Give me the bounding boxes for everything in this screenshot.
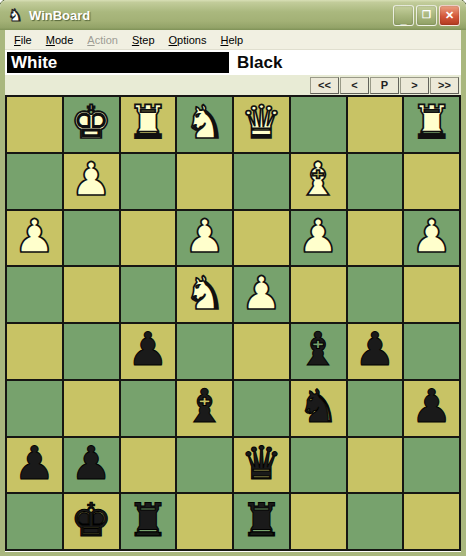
- square-h2[interactable]: [7, 154, 62, 209]
- square-h4[interactable]: [7, 267, 62, 322]
- black-pawn: ♟: [127, 326, 168, 372]
- black-knight: ♞: [298, 383, 339, 429]
- square-b1[interactable]: [348, 97, 403, 152]
- to-end-button[interactable]: >>: [430, 77, 459, 94]
- window-controls: _❐✕: [393, 5, 460, 26]
- square-b3[interactable]: [348, 211, 403, 266]
- player-name-bar: White Black: [5, 50, 461, 75]
- square-f7[interactable]: [121, 438, 176, 493]
- menu-item-step[interactable]: Step: [125, 32, 162, 48]
- white-queen: ♛: [241, 99, 282, 145]
- window-frame: FileModeActionStepOptionsHelp White Blac…: [0, 30, 466, 556]
- white-knight: ♞: [184, 270, 225, 316]
- window-content: FileModeActionStepOptionsHelp White Blac…: [5, 30, 461, 552]
- menu-item-action: Action: [80, 32, 125, 48]
- square-d3[interactable]: [234, 211, 289, 266]
- square-b7[interactable]: [348, 438, 403, 493]
- white-pawn: ♟: [411, 213, 452, 259]
- square-g6[interactable]: [64, 381, 119, 436]
- menu-bar: FileModeActionStepOptionsHelp: [5, 30, 461, 50]
- square-a1[interactable]: ♜: [404, 97, 459, 152]
- nav-button-row: <<<P>>>: [5, 75, 461, 95]
- square-e3[interactable]: ♟: [177, 211, 232, 266]
- white-pawn: ♟: [241, 270, 282, 316]
- square-f5[interactable]: ♟: [121, 324, 176, 379]
- square-b5[interactable]: ♟: [348, 324, 403, 379]
- black-pawn: ♟: [411, 383, 452, 429]
- square-h8[interactable]: [7, 494, 62, 549]
- black-pawn: ♟: [354, 326, 395, 372]
- white-king: ♚: [71, 99, 112, 145]
- square-c6[interactable]: ♞: [291, 381, 346, 436]
- black-player-label: Black: [237, 53, 282, 73]
- square-h7[interactable]: ♟: [7, 438, 62, 493]
- menu-item-options[interactable]: Options: [162, 32, 214, 48]
- square-f3[interactable]: [121, 211, 176, 266]
- square-a5[interactable]: [404, 324, 459, 379]
- black-bishop: ♝: [298, 326, 339, 372]
- pause-button[interactable]: P: [370, 77, 399, 94]
- white-rook: ♜: [411, 99, 452, 145]
- square-c5[interactable]: ♝: [291, 324, 346, 379]
- square-h1[interactable]: [7, 97, 62, 152]
- square-g4[interactable]: [64, 267, 119, 322]
- white-rook: ♜: [127, 99, 168, 145]
- forward-button[interactable]: >: [400, 77, 429, 94]
- square-c3[interactable]: ♟: [291, 211, 346, 266]
- square-b4[interactable]: [348, 267, 403, 322]
- black-rook: ♜: [241, 497, 282, 543]
- black-pawn: ♟: [14, 440, 55, 486]
- square-d8[interactable]: ♜: [234, 494, 289, 549]
- square-e2[interactable]: [177, 154, 232, 209]
- square-d5[interactable]: [234, 324, 289, 379]
- to-start-button[interactable]: <<: [310, 77, 339, 94]
- square-g2[interactable]: ♟: [64, 154, 119, 209]
- square-f1[interactable]: ♜: [121, 97, 176, 152]
- maximize-button[interactable]: ❐: [416, 5, 437, 26]
- close-button[interactable]: ✕: [439, 5, 460, 26]
- square-g3[interactable]: [64, 211, 119, 266]
- square-a2[interactable]: [404, 154, 459, 209]
- white-pawn: ♟: [71, 156, 112, 202]
- square-g5[interactable]: [64, 324, 119, 379]
- chess-board: ♚♜♞♛♜♟♝♟♟♟♟♞♟♟♝♟♝♞♟♟♟♛♚♜♜: [5, 95, 461, 551]
- square-b8[interactable]: [348, 494, 403, 549]
- square-d6[interactable]: [234, 381, 289, 436]
- square-f6[interactable]: [121, 381, 176, 436]
- square-f8[interactable]: ♜: [121, 494, 176, 549]
- white-pawn: ♟: [184, 213, 225, 259]
- square-e7[interactable]: [177, 438, 232, 493]
- winboard-window: ♞ WinBoard _❐✕ FileModeActionStepOptions…: [0, 0, 466, 556]
- black-bishop: ♝: [184, 383, 225, 429]
- square-d2[interactable]: [234, 154, 289, 209]
- square-c1[interactable]: [291, 97, 346, 152]
- square-b2[interactable]: [348, 154, 403, 209]
- square-d7[interactable]: ♛: [234, 438, 289, 493]
- square-b6[interactable]: [348, 381, 403, 436]
- black-queen: ♛: [241, 440, 282, 486]
- window-title: WinBoard: [29, 8, 90, 23]
- square-e4[interactable]: ♞: [177, 267, 232, 322]
- square-a8[interactable]: [404, 494, 459, 549]
- square-g1[interactable]: ♚: [64, 97, 119, 152]
- square-e1[interactable]: ♞: [177, 97, 232, 152]
- minimize-button[interactable]: _: [393, 5, 414, 26]
- square-e5[interactable]: [177, 324, 232, 379]
- black-king: ♚: [71, 497, 112, 543]
- square-e8[interactable]: [177, 494, 232, 549]
- window-title-bar[interactable]: ♞ WinBoard _❐✕: [0, 0, 466, 30]
- white-knight: ♞: [184, 99, 225, 145]
- square-h5[interactable]: [7, 324, 62, 379]
- white-player-label: White: [7, 52, 229, 73]
- square-c4[interactable]: [291, 267, 346, 322]
- white-pawn: ♟: [298, 213, 339, 259]
- black-pawn: ♟: [71, 440, 112, 486]
- back-button[interactable]: <: [340, 77, 369, 94]
- square-c2[interactable]: ♝: [291, 154, 346, 209]
- square-a4[interactable]: [404, 267, 459, 322]
- menu-item-file[interactable]: File: [7, 32, 39, 48]
- square-e6[interactable]: ♝: [177, 381, 232, 436]
- menu-item-help[interactable]: Help: [213, 32, 250, 48]
- knight-icon: ♞: [6, 6, 24, 24]
- square-d1[interactable]: ♛: [234, 97, 289, 152]
- menu-item-mode[interactable]: Mode: [39, 32, 81, 48]
- square-g7[interactable]: ♟: [64, 438, 119, 493]
- square-d4[interactable]: ♟: [234, 267, 289, 322]
- square-a6[interactable]: ♟: [404, 381, 459, 436]
- square-g8[interactable]: ♚: [64, 494, 119, 549]
- square-f2[interactable]: [121, 154, 176, 209]
- square-c7[interactable]: [291, 438, 346, 493]
- square-f4[interactable]: [121, 267, 176, 322]
- square-a7[interactable]: [404, 438, 459, 493]
- square-c8[interactable]: [291, 494, 346, 549]
- black-rook: ♜: [127, 497, 168, 543]
- square-h6[interactable]: [7, 381, 62, 436]
- white-pawn: ♟: [14, 213, 55, 259]
- white-bishop: ♝: [298, 156, 339, 202]
- square-h3[interactable]: ♟: [7, 211, 62, 266]
- square-a3[interactable]: ♟: [404, 211, 459, 266]
